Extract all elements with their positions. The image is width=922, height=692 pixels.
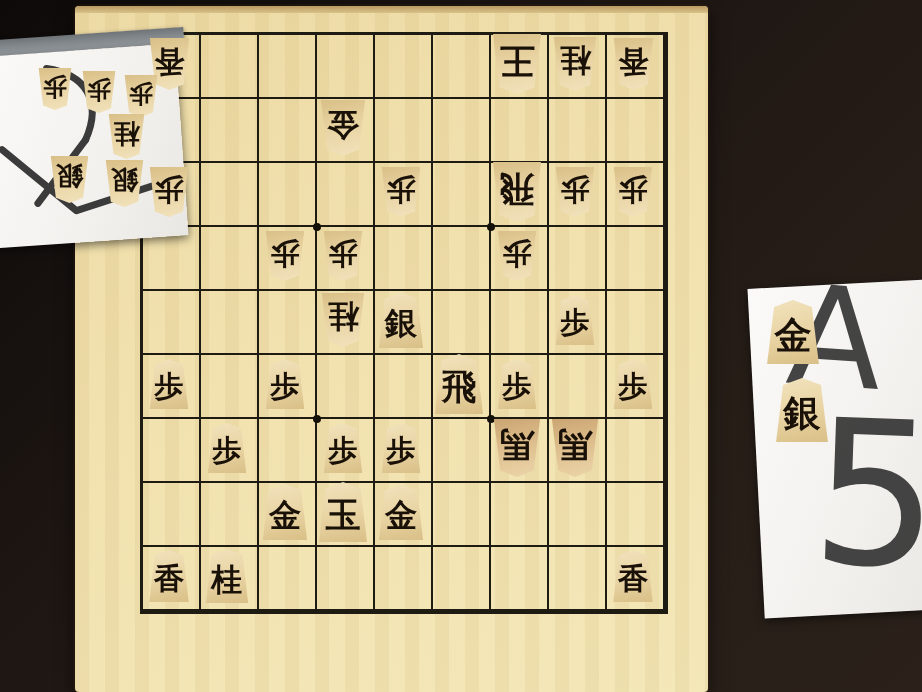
shogi-piece-sente[interactable]: 金 [766,300,820,364]
shogi-piece-gote[interactable]: 歩 [555,167,595,217]
piece-kanji: 銀 [784,388,821,433]
piece-kanji: 歩 [387,431,416,466]
shogi-piece-sente[interactable]: 歩 [323,423,363,473]
shogi-piece-gote[interactable]: 歩 [149,167,189,217]
shogi-piece-sente[interactable]: 玉 [318,482,368,542]
piece-kanji: 桂 [212,557,243,594]
hoshi-dot [313,415,321,423]
shogi-piece-gote[interactable]: 金 [320,100,366,156]
shogi-piece-gote[interactable]: 歩 [124,75,158,117]
shogi-piece-gote[interactable]: 桂 [108,114,145,159]
piece-kanji: 歩 [329,431,358,466]
piece-kanji: 歩 [129,82,153,111]
photo-scene: A 5 香王桂香金歩歩飛歩歩歩歩歩桂銀歩歩歩飛歩歩歩歩歩馬馬金玉金香桂香 歩歩歩… [0,0,922,692]
piece-kanji: 歩 [155,367,184,402]
piece-kanji: 歩 [213,431,242,466]
piece-kanji: 歩 [271,367,300,402]
shogi-piece-gote[interactable]: 歩 [265,231,305,281]
piece-kanji: 歩 [155,175,184,210]
shogi-piece-sente[interactable]: 飛 [434,354,484,414]
piece-kanji: 歩 [387,175,416,210]
shogi-piece-gote[interactable]: 歩 [613,167,653,217]
piece-kanji: 桂 [560,45,591,82]
piece-kanji: 香 [154,46,184,82]
piece-kanji: 歩 [43,75,67,104]
shogi-piece-sente[interactable]: 歩 [555,295,595,345]
shogi-piece-sente[interactable]: 歩 [381,423,421,473]
piece-kanji: 歩 [561,303,590,338]
hoshi-dot [487,415,495,423]
piece-kanji: 歩 [561,175,590,210]
shogi-piece-sente[interactable]: 金 [378,484,424,540]
piece-kanji: 王 [500,43,535,85]
hoshi-dot [313,223,321,231]
piece-kanji: 香 [154,558,184,594]
shogi-piece-gote[interactable]: 銀 [105,160,144,207]
piece-kanji: 歩 [329,239,358,274]
shogi-piece-sente[interactable]: 金 [262,484,308,540]
shogi-piece-gote[interactable]: 馬 [551,419,599,477]
piece-kanji: 金 [327,109,359,147]
shogi-piece-sente[interactable]: 銀 [775,378,829,442]
piece-kanji: 金 [269,493,301,531]
piece-kanji: 飛 [442,363,477,405]
shogi-piece-gote[interactable]: 歩 [82,71,116,113]
shogi-piece-gote[interactable]: 桂 [553,37,597,91]
shogi-piece-gote[interactable]: 歩 [497,231,537,281]
shogi-piece-sente[interactable]: 歩 [497,359,537,409]
shogi-piece-sente[interactable]: 歩 [149,359,189,409]
shogi-piece-gote[interactable]: 桂 [321,293,365,347]
shogi-piece-gote[interactable]: 銀 [50,156,89,203]
shogi-piece-gote[interactable]: 歩 [38,68,72,110]
piece-kanji: 金 [775,310,812,355]
piece-kanji: 馬 [558,428,592,469]
piece-kanji: 歩 [619,175,648,210]
shogi-piece-sente[interactable]: 歩 [265,359,305,409]
piece-kanji: 歩 [503,239,532,274]
piece-kanji: 歩 [503,367,532,402]
piece-kanji: 桂 [114,121,140,152]
piece-kanji: 金 [385,493,417,531]
shogi-piece-sente[interactable]: 香 [149,550,190,602]
piece-kanji: 歩 [619,367,648,402]
shogi-piece-gote[interactable]: 馬 [493,419,541,477]
shogi-piece-sente[interactable]: 香 [613,550,654,602]
hoshi-dot [487,223,495,231]
shogi-piece-sente[interactable]: 歩 [613,359,653,409]
piece-kanji: 玉 [326,491,361,533]
shogi-piece-sente[interactable]: 歩 [207,423,247,473]
piece-kanji: 銀 [385,301,417,339]
shogi-piece-gote[interactable]: 歩 [323,231,363,281]
shogi-piece-gote[interactable]: 飛 [492,162,542,222]
piece-kanji: 飛 [500,171,535,213]
piece-kanji: 香 [618,558,648,594]
shogi-piece-sente[interactable]: 銀 [378,292,424,348]
piece-kanji: 香 [618,46,648,82]
piece-kanji: 銀 [56,163,83,195]
piece-kanji: 桂 [328,301,359,338]
piece-kanji: 歩 [271,239,300,274]
shogi-piece-gote[interactable]: 歩 [381,167,421,217]
piece-kanji: 歩 [87,78,111,107]
piece-kanji: 馬 [500,428,534,469]
shogi-piece-sente[interactable]: 桂 [205,549,249,603]
shogi-piece-gote[interactable]: 王 [492,34,542,94]
piece-kanji: 銀 [111,167,138,199]
